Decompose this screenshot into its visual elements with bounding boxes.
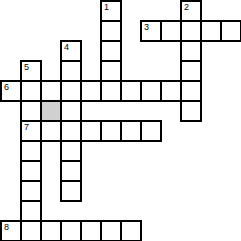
- cell-r7c3[interactable]: [60, 140, 82, 162]
- cell-r3c9[interactable]: [180, 60, 202, 82]
- cell-r8c3[interactable]: [60, 160, 82, 182]
- cell-r1c7[interactable]: 3: [140, 20, 162, 42]
- cell-r1c10[interactable]: [200, 20, 222, 42]
- cell-r4c0[interactable]: 6: [0, 80, 22, 102]
- cell-r6c2[interactable]: [40, 120, 62, 142]
- clue-number-4: 4: [64, 42, 69, 52]
- cell-r5c1[interactable]: [20, 100, 42, 122]
- cell-r11c1[interactable]: [20, 220, 42, 241]
- clue-number-6: 6: [4, 82, 9, 92]
- cell-r5c3[interactable]: [60, 100, 82, 122]
- cell-r11c4[interactable]: [80, 220, 102, 241]
- cell-r7c1[interactable]: [20, 140, 42, 162]
- cell-r4c2[interactable]: [40, 80, 62, 102]
- cell-r5c9[interactable]: [180, 100, 202, 122]
- cell-r4c3[interactable]: [60, 80, 82, 102]
- cell-r4c6[interactable]: [120, 80, 142, 102]
- cell-r6c7[interactable]: [140, 120, 162, 142]
- cell-r4c5[interactable]: [100, 80, 122, 102]
- cell-r9c3[interactable]: [60, 180, 82, 202]
- cell-r0c5[interactable]: 1: [100, 0, 122, 22]
- cell-r3c5[interactable]: [100, 60, 122, 82]
- cell-r9c1[interactable]: [20, 180, 42, 202]
- cell-r11c5[interactable]: [100, 220, 122, 241]
- cell-r3c1[interactable]: 5: [20, 60, 42, 82]
- clue-number-5: 5: [24, 62, 29, 72]
- cell-r6c3[interactable]: [60, 120, 82, 142]
- cell-r4c1[interactable]: [20, 80, 42, 102]
- cell-r2c9[interactable]: [180, 40, 202, 62]
- cell-r6c6[interactable]: [120, 120, 142, 142]
- cell-r11c2[interactable]: [40, 220, 62, 241]
- cell-r6c1[interactable]: 7: [20, 120, 42, 142]
- clue-number-3: 3: [144, 22, 149, 32]
- cell-r8c1[interactable]: [20, 160, 42, 182]
- clue-number-1: 1: [104, 2, 109, 12]
- cell-r4c4[interactable]: [80, 80, 102, 102]
- cell-r3c3[interactable]: [60, 60, 82, 82]
- cell-r11c6[interactable]: [120, 220, 142, 241]
- cell-r11c3[interactable]: [60, 220, 82, 241]
- cell-r1c8[interactable]: [160, 20, 182, 42]
- cell-r4c7[interactable]: [140, 80, 162, 102]
- clue-number-2: 2: [184, 2, 189, 12]
- cell-r1c9[interactable]: [180, 20, 202, 42]
- cell-r1c11[interactable]: [220, 20, 241, 42]
- cell-r4c8[interactable]: [160, 80, 182, 102]
- cell-r11c0[interactable]: 8: [0, 220, 22, 241]
- cell-r2c5[interactable]: [100, 40, 122, 62]
- cell-r6c4[interactable]: [80, 120, 102, 142]
- cell-r2c3[interactable]: 4: [60, 40, 82, 62]
- cell-r4c9[interactable]: [180, 80, 202, 102]
- clue-number-8: 8: [4, 222, 9, 232]
- crossword-grid: 12345678: [0, 0, 241, 241]
- cell-r6c5[interactable]: [100, 120, 122, 142]
- clue-number-7: 7: [24, 122, 29, 132]
- cell-r0c9[interactable]: 2: [180, 0, 202, 22]
- cell-r10c1[interactable]: [20, 200, 42, 222]
- shaded-cell-r5c2[interactable]: [40, 100, 62, 122]
- cell-r1c5[interactable]: [100, 20, 122, 42]
